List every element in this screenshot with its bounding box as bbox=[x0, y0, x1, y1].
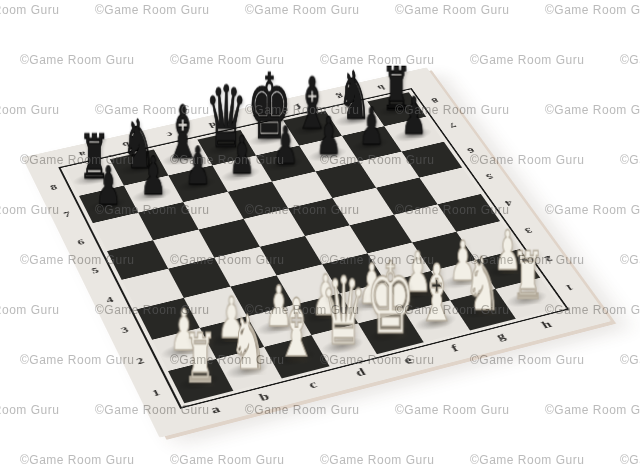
piece-black-pawn-a7: ♟ bbox=[95, 159, 121, 212]
piece-black-pawn-d7: ♟ bbox=[229, 129, 255, 181]
piece-white-rook-a1: ♜ bbox=[183, 323, 217, 391]
piece-white-bishop-c1: ♝ bbox=[277, 288, 317, 368]
chess-mat: abcdefgh abcdefgh 87654321 87654321 ♜♞♝♛… bbox=[22, 67, 611, 437]
piece-white-king-e1: ♚ bbox=[366, 249, 415, 348]
piece-black-pawn-c7: ♟ bbox=[185, 139, 211, 192]
piece-black-pawn-f7: ♟ bbox=[316, 109, 342, 161]
piece-white-knight-g1: ♞ bbox=[465, 248, 501, 321]
piece-black-pawn-b7: ♟ bbox=[140, 149, 166, 202]
rank-label-right-3: 3 bbox=[523, 226, 534, 235]
piece-white-queen-d1: ♛ bbox=[320, 265, 367, 359]
piece-white-knight-b1: ♞ bbox=[230, 305, 267, 380]
chess-scene: abcdefgh abcdefgh 87654321 87654321 ♜♞♝♛… bbox=[0, 0, 640, 467]
piece-black-pawn-g7: ♟ bbox=[359, 100, 385, 152]
piece-white-bishop-f1: ♝ bbox=[417, 254, 456, 333]
product-photo: abcdefgh abcdefgh 87654321 87654321 ♜♞♝♛… bbox=[0, 0, 640, 467]
piece-black-pawn-e7: ♟ bbox=[273, 119, 299, 171]
piece-white-rook-h1: ♜ bbox=[512, 242, 545, 307]
piece-black-pawn-h7: ♟ bbox=[401, 90, 427, 141]
